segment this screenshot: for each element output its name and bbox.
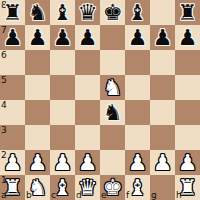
square-d2[interactable]: ♟ [75, 150, 100, 175]
piece-black-pawn[interactable]: ♟ [28, 25, 48, 50]
square-f4[interactable] [125, 100, 150, 125]
square-f5[interactable] [125, 75, 150, 100]
square-d8[interactable]: ♛ [75, 0, 100, 25]
piece-white-rook[interactable]: ♜ [3, 175, 23, 200]
square-b3[interactable] [25, 125, 50, 150]
piece-white-pawn[interactable]: ♟ [3, 150, 23, 175]
square-h5[interactable] [175, 75, 200, 100]
piece-white-pawn[interactable]: ♟ [128, 150, 148, 175]
piece-black-pawn[interactable]: ♟ [128, 25, 148, 50]
square-f8[interactable]: ♝ [125, 0, 150, 25]
piece-white-queen[interactable]: ♛ [78, 175, 98, 200]
piece-black-bishop[interactable]: ♝ [128, 0, 148, 25]
square-d6[interactable] [75, 50, 100, 75]
square-d4[interactable] [75, 100, 100, 125]
square-d1[interactable]: d♛ [75, 175, 100, 200]
piece-white-knight[interactable]: ♞ [28, 175, 48, 200]
piece-black-rook[interactable]: ♜ [3, 0, 23, 25]
square-d7[interactable]: ♟ [75, 25, 100, 50]
square-e6[interactable] [100, 50, 125, 75]
square-e8[interactable]: ♚ [100, 0, 125, 25]
rank-label-6: 6 [1, 51, 7, 60]
square-a3[interactable]: 3 [0, 125, 25, 150]
file-label-g: g [151, 191, 157, 200]
square-b2[interactable]: ♟ [25, 150, 50, 175]
square-g5[interactable] [150, 75, 175, 100]
piece-white-pawn[interactable]: ♟ [78, 150, 98, 175]
piece-black-pawn[interactable]: ♟ [153, 25, 173, 50]
square-a4[interactable]: 4 [0, 100, 25, 125]
square-g1[interactable]: g [150, 175, 175, 200]
piece-white-pawn[interactable]: ♟ [53, 150, 73, 175]
square-e2[interactable] [100, 150, 125, 175]
square-h2[interactable]: ♟ [175, 150, 200, 175]
square-b1[interactable]: b♞ [25, 175, 50, 200]
piece-white-bishop[interactable]: ♝ [53, 175, 73, 200]
square-h7[interactable]: ♟ [175, 25, 200, 50]
piece-white-knight[interactable]: ♞ [103, 75, 123, 100]
piece-black-knight[interactable]: ♞ [28, 0, 48, 25]
square-h4[interactable] [175, 100, 200, 125]
square-e5[interactable]: ♞ [100, 75, 125, 100]
piece-black-bishop[interactable]: ♝ [53, 0, 73, 25]
rank-label-4: 4 [1, 101, 7, 110]
rank-label-3: 3 [1, 126, 7, 135]
square-e1[interactable]: e♚ [100, 175, 125, 200]
piece-white-pawn[interactable]: ♟ [28, 150, 48, 175]
square-c5[interactable] [50, 75, 75, 100]
square-f3[interactable] [125, 125, 150, 150]
square-b5[interactable] [25, 75, 50, 100]
piece-white-pawn[interactable]: ♟ [153, 150, 173, 175]
piece-white-pawn[interactable]: ♟ [178, 150, 198, 175]
square-g6[interactable] [150, 50, 175, 75]
piece-white-rook[interactable]: ♜ [178, 175, 198, 200]
piece-white-king[interactable]: ♚ [103, 175, 123, 200]
square-h1[interactable]: h♜ [175, 175, 200, 200]
square-g2[interactable]: ♟ [150, 150, 175, 175]
square-c1[interactable]: c♝ [50, 175, 75, 200]
square-f6[interactable] [125, 50, 150, 75]
piece-white-bishop[interactable]: ♝ [128, 175, 148, 200]
square-e4[interactable]: ♞ [100, 100, 125, 125]
square-c8[interactable]: ♝ [50, 0, 75, 25]
square-f2[interactable]: ♟ [125, 150, 150, 175]
square-b6[interactable] [25, 50, 50, 75]
square-a2[interactable]: 2♟ [0, 150, 25, 175]
square-e7[interactable] [100, 25, 125, 50]
square-f7[interactable]: ♟ [125, 25, 150, 50]
square-h8[interactable]: ♜ [175, 0, 200, 25]
square-g3[interactable] [150, 125, 175, 150]
square-g4[interactable] [150, 100, 175, 125]
square-a1[interactable]: 1a♜ [0, 175, 25, 200]
square-d5[interactable] [75, 75, 100, 100]
square-c6[interactable] [50, 50, 75, 75]
square-h3[interactable] [175, 125, 200, 150]
square-g7[interactable]: ♟ [150, 25, 175, 50]
piece-black-pawn[interactable]: ♟ [53, 25, 73, 50]
piece-black-pawn[interactable]: ♟ [3, 25, 23, 50]
square-c7[interactable]: ♟ [50, 25, 75, 50]
square-a7[interactable]: 7♟ [0, 25, 25, 50]
square-f1[interactable]: f♝ [125, 175, 150, 200]
square-b8[interactable]: ♞ [25, 0, 50, 25]
square-e3[interactable] [100, 125, 125, 150]
piece-black-pawn[interactable]: ♟ [178, 25, 198, 50]
square-c2[interactable]: ♟ [50, 150, 75, 175]
square-a8[interactable]: 8♜ [0, 0, 25, 25]
piece-black-pawn[interactable]: ♟ [78, 25, 98, 50]
piece-black-king[interactable]: ♚ [103, 0, 123, 25]
square-h6[interactable] [175, 50, 200, 75]
square-c4[interactable] [50, 100, 75, 125]
square-c3[interactable] [50, 125, 75, 150]
square-g8[interactable] [150, 0, 175, 25]
chess-board: 8♜♞♝♛♚♝♜7♟♟♟♟♟♟♟65♞4♞32♟♟♟♟♟♟♟1a♜b♞c♝d♛e… [0, 0, 200, 200]
piece-black-knight[interactable]: ♞ [103, 100, 123, 125]
piece-black-queen[interactable]: ♛ [78, 0, 98, 25]
piece-black-rook[interactable]: ♜ [178, 0, 198, 25]
square-a6[interactable]: 6 [0, 50, 25, 75]
square-d3[interactable] [75, 125, 100, 150]
square-b4[interactable] [25, 100, 50, 125]
square-a5[interactable]: 5 [0, 75, 25, 100]
square-b7[interactable]: ♟ [25, 25, 50, 50]
rank-label-5: 5 [1, 76, 7, 85]
